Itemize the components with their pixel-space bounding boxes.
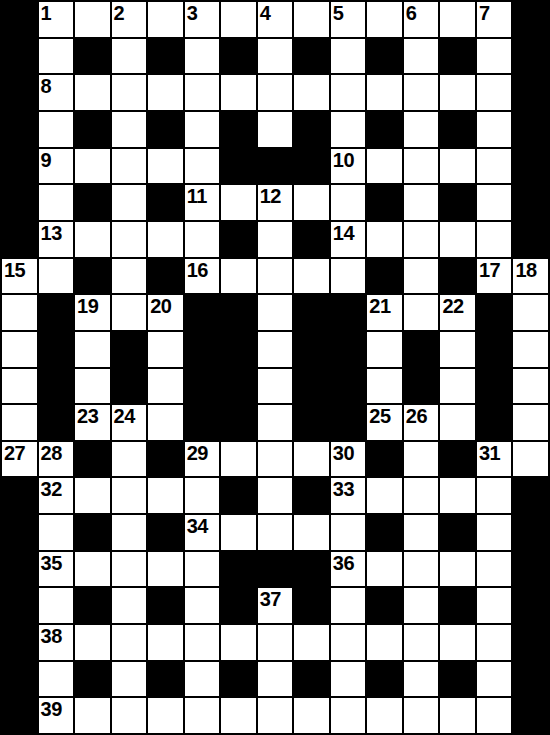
black-cell-r11-c5 bbox=[185, 405, 220, 440]
white-cell-r7-c13[interactable]: 17 bbox=[477, 259, 512, 294]
white-cell-r12-c8[interactable] bbox=[294, 442, 329, 477]
white-cell-r12-c14[interactable] bbox=[513, 442, 548, 477]
white-cell-r17-c5[interactable] bbox=[185, 625, 220, 660]
white-cell-r12-c13[interactable]: 31 bbox=[477, 442, 512, 477]
white-cell-r11-c3[interactable]: 24 bbox=[112, 405, 147, 440]
white-cell-r18-c1[interactable] bbox=[39, 662, 74, 697]
black-cell-r10-c3 bbox=[112, 369, 147, 404]
white-cell-r14-c1[interactable] bbox=[39, 515, 74, 550]
clue-number: 24 bbox=[114, 406, 135, 426]
white-cell-r15-c13[interactable] bbox=[477, 552, 512, 587]
black-cell-r12-c2 bbox=[75, 442, 110, 477]
white-cell-r17-c7[interactable] bbox=[258, 625, 293, 660]
white-cell-r14-c7[interactable] bbox=[258, 515, 293, 550]
white-cell-r5-c5[interactable]: 11 bbox=[185, 185, 220, 220]
white-cell-r2-c6[interactable] bbox=[221, 75, 256, 110]
white-cell-r5-c1[interactable] bbox=[39, 185, 74, 220]
white-cell-r4-c1[interactable]: 9 bbox=[39, 149, 74, 184]
white-cell-r7-c6[interactable] bbox=[221, 259, 256, 294]
white-cell-r1-c1[interactable] bbox=[39, 39, 74, 74]
white-cell-r10-c12[interactable] bbox=[440, 369, 475, 404]
white-cell-r19-c10[interactable] bbox=[367, 698, 402, 733]
black-cell-r3-c4 bbox=[148, 112, 183, 147]
black-cell-r14-c10 bbox=[367, 515, 402, 550]
white-cell-r11-c11[interactable]: 26 bbox=[404, 405, 439, 440]
white-cell-r11-c10[interactable]: 25 bbox=[367, 405, 402, 440]
black-cell-r2-c0 bbox=[2, 75, 37, 110]
white-cell-r2-c12[interactable] bbox=[440, 75, 475, 110]
white-cell-r2-c5[interactable] bbox=[185, 75, 220, 110]
black-cell-r1-c8 bbox=[294, 39, 329, 74]
white-cell-r7-c14[interactable]: 18 bbox=[513, 259, 548, 294]
black-cell-r11-c13 bbox=[477, 405, 512, 440]
white-cell-r11-c14[interactable] bbox=[513, 405, 548, 440]
black-cell-r3-c2 bbox=[75, 112, 110, 147]
white-cell-r5-c13[interactable] bbox=[477, 185, 512, 220]
white-cell-r18-c7[interactable] bbox=[258, 662, 293, 697]
white-cell-r2-c1[interactable]: 8 bbox=[39, 75, 74, 110]
white-cell-r13-c9[interactable]: 33 bbox=[331, 478, 366, 513]
white-cell-r8-c10[interactable]: 21 bbox=[367, 295, 402, 330]
white-cell-r19-c2[interactable] bbox=[75, 698, 110, 733]
white-cell-r16-c3[interactable] bbox=[112, 588, 147, 623]
black-cell-r4-c0 bbox=[2, 149, 37, 184]
black-cell-r14-c0 bbox=[2, 515, 37, 550]
white-cell-r3-c7[interactable] bbox=[258, 112, 293, 147]
white-cell-r7-c3[interactable] bbox=[112, 259, 147, 294]
white-cell-r4-c9[interactable]: 10 bbox=[331, 149, 366, 184]
white-cell-r14-c13[interactable] bbox=[477, 515, 512, 550]
clue-number: 32 bbox=[41, 479, 62, 499]
white-cell-r9-c7[interactable] bbox=[258, 332, 293, 367]
black-cell-r0-c0 bbox=[2, 2, 37, 37]
white-cell-r14-c8[interactable] bbox=[294, 515, 329, 550]
white-cell-r12-c5[interactable]: 29 bbox=[185, 442, 220, 477]
black-cell-r10-c6 bbox=[221, 369, 256, 404]
white-cell-r5-c9[interactable] bbox=[331, 185, 366, 220]
black-cell-r18-c0 bbox=[2, 662, 37, 697]
white-cell-r19-c4[interactable] bbox=[148, 698, 183, 733]
white-cell-r1-c13[interactable] bbox=[477, 39, 512, 74]
white-cell-r19-c6[interactable] bbox=[221, 698, 256, 733]
white-cell-r18-c13[interactable] bbox=[477, 662, 512, 697]
black-cell-r14-c2 bbox=[75, 515, 110, 550]
black-cell-r18-c10 bbox=[367, 662, 402, 697]
white-cell-r17-c11[interactable] bbox=[404, 625, 439, 660]
white-cell-r0-c4[interactable] bbox=[148, 2, 183, 37]
white-cell-r18-c9[interactable] bbox=[331, 662, 366, 697]
white-cell-r0-c12[interactable] bbox=[440, 2, 475, 37]
black-cell-r7-c12 bbox=[440, 259, 475, 294]
black-cell-r7-c2 bbox=[75, 259, 110, 294]
white-cell-r4-c2[interactable] bbox=[75, 149, 110, 184]
white-cell-r8-c11[interactable] bbox=[404, 295, 439, 330]
white-cell-r9-c2[interactable] bbox=[75, 332, 110, 367]
clue-number: 20 bbox=[150, 296, 171, 316]
white-cell-r9-c0[interactable] bbox=[2, 332, 37, 367]
black-cell-r11-c1 bbox=[39, 405, 74, 440]
clue-number: 35 bbox=[41, 553, 62, 573]
white-cell-r13-c1[interactable]: 32 bbox=[39, 478, 74, 513]
black-cell-r3-c10 bbox=[367, 112, 402, 147]
white-cell-r17-c13[interactable] bbox=[477, 625, 512, 660]
white-cell-r15-c5[interactable] bbox=[185, 552, 220, 587]
white-cell-r10-c4[interactable] bbox=[148, 369, 183, 404]
white-cell-r0-c3[interactable]: 2 bbox=[112, 2, 147, 37]
white-cell-r13-c10[interactable] bbox=[367, 478, 402, 513]
white-cell-r12-c6[interactable] bbox=[221, 442, 256, 477]
black-cell-r4-c7 bbox=[258, 149, 293, 184]
black-cell-r3-c14 bbox=[513, 112, 548, 147]
white-cell-r0-c10[interactable] bbox=[367, 2, 402, 37]
white-cell-r19-c11[interactable] bbox=[404, 698, 439, 733]
white-cell-r13-c7[interactable] bbox=[258, 478, 293, 513]
white-cell-r13-c3[interactable] bbox=[112, 478, 147, 513]
white-cell-r5-c8[interactable] bbox=[294, 185, 329, 220]
black-cell-r5-c2 bbox=[75, 185, 110, 220]
black-cell-r5-c14 bbox=[513, 185, 548, 220]
white-cell-r17-c3[interactable] bbox=[112, 625, 147, 660]
white-cell-r2-c9[interactable] bbox=[331, 75, 366, 110]
white-cell-r9-c4[interactable] bbox=[148, 332, 183, 367]
white-cell-r16-c5[interactable] bbox=[185, 588, 220, 623]
black-cell-r8-c5 bbox=[185, 295, 220, 330]
white-cell-r13-c11[interactable] bbox=[404, 478, 439, 513]
clue-number: 19 bbox=[77, 296, 98, 316]
white-cell-r17-c10[interactable] bbox=[367, 625, 402, 660]
white-cell-r10-c14[interactable] bbox=[513, 369, 548, 404]
black-cell-r18-c8 bbox=[294, 662, 329, 697]
white-cell-r4-c4[interactable] bbox=[148, 149, 183, 184]
white-cell-r2-c2[interactable] bbox=[75, 75, 110, 110]
clue-number: 13 bbox=[41, 223, 62, 243]
white-cell-r6-c11[interactable] bbox=[404, 222, 439, 257]
black-cell-r3-c12 bbox=[440, 112, 475, 147]
white-cell-r15-c10[interactable] bbox=[367, 552, 402, 587]
white-cell-r7-c5[interactable]: 16 bbox=[185, 259, 220, 294]
white-cell-r6-c1[interactable]: 13 bbox=[39, 222, 74, 257]
white-cell-r9-c10[interactable] bbox=[367, 332, 402, 367]
white-cell-r8-c2[interactable]: 19 bbox=[75, 295, 110, 330]
white-cell-r12-c11[interactable] bbox=[404, 442, 439, 477]
white-cell-r3-c1[interactable] bbox=[39, 112, 74, 147]
white-cell-r14-c11[interactable] bbox=[404, 515, 439, 550]
clue-number: 9 bbox=[41, 150, 52, 170]
clue-number: 16 bbox=[187, 260, 208, 280]
black-cell-r1-c2 bbox=[75, 39, 110, 74]
white-cell-r4-c13[interactable] bbox=[477, 149, 512, 184]
black-cell-r9-c9 bbox=[331, 332, 366, 367]
black-cell-r9-c3 bbox=[112, 332, 147, 367]
black-cell-r11-c6 bbox=[221, 405, 256, 440]
black-cell-r16-c2 bbox=[75, 588, 110, 623]
white-cell-r12-c7[interactable] bbox=[258, 442, 293, 477]
clue-number: 21 bbox=[369, 296, 390, 316]
white-cell-r6-c13[interactable] bbox=[477, 222, 512, 257]
black-cell-r9-c6 bbox=[221, 332, 256, 367]
clue-number: 7 bbox=[479, 3, 490, 23]
white-cell-r1-c3[interactable] bbox=[112, 39, 147, 74]
black-cell-r4-c8 bbox=[294, 149, 329, 184]
black-cell-r10-c8 bbox=[294, 369, 329, 404]
white-cell-r2-c3[interactable] bbox=[112, 75, 147, 110]
white-cell-r2-c10[interactable] bbox=[367, 75, 402, 110]
white-cell-r3-c9[interactable] bbox=[331, 112, 366, 147]
clue-number: 5 bbox=[333, 3, 344, 23]
black-cell-r12-c4 bbox=[148, 442, 183, 477]
white-cell-r11-c0[interactable] bbox=[2, 405, 37, 440]
white-cell-r6-c7[interactable] bbox=[258, 222, 293, 257]
black-cell-r18-c6 bbox=[221, 662, 256, 697]
white-cell-r17-c2[interactable] bbox=[75, 625, 110, 660]
white-cell-r7-c9[interactable] bbox=[331, 259, 366, 294]
white-cell-r16-c11[interactable] bbox=[404, 588, 439, 623]
white-cell-r3-c11[interactable] bbox=[404, 112, 439, 147]
white-cell-r15-c3[interactable] bbox=[112, 552, 147, 587]
white-cell-r3-c5[interactable] bbox=[185, 112, 220, 147]
white-cell-r1-c11[interactable] bbox=[404, 39, 439, 74]
white-cell-r0-c2[interactable] bbox=[75, 2, 110, 37]
black-cell-r14-c4 bbox=[148, 515, 183, 550]
white-cell-r19-c3[interactable] bbox=[112, 698, 147, 733]
white-cell-r8-c12[interactable]: 22 bbox=[440, 295, 475, 330]
white-cell-r11-c4[interactable] bbox=[148, 405, 183, 440]
black-cell-r1-c6 bbox=[221, 39, 256, 74]
white-cell-r2-c4[interactable] bbox=[148, 75, 183, 110]
black-cell-r13-c6 bbox=[221, 478, 256, 513]
clue-number: 10 bbox=[333, 150, 354, 170]
crossword-grid: 1234567891011121314151617181920212223242… bbox=[0, 0, 550, 735]
black-cell-r17-c14 bbox=[513, 625, 548, 660]
white-cell-r0-c9[interactable]: 5 bbox=[331, 2, 366, 37]
black-cell-r2-c14 bbox=[513, 75, 548, 110]
white-cell-r13-c5[interactable] bbox=[185, 478, 220, 513]
white-cell-r18-c5[interactable] bbox=[185, 662, 220, 697]
white-cell-r1-c9[interactable] bbox=[331, 39, 366, 74]
white-cell-r8-c4[interactable]: 20 bbox=[148, 295, 183, 330]
white-cell-r14-c9[interactable] bbox=[331, 515, 366, 550]
black-cell-r0-c14 bbox=[513, 2, 548, 37]
white-cell-r8-c3[interactable] bbox=[112, 295, 147, 330]
white-cell-r13-c2[interactable] bbox=[75, 478, 110, 513]
white-cell-r3-c13[interactable] bbox=[477, 112, 512, 147]
clue-number: 23 bbox=[77, 406, 98, 426]
white-cell-r19-c7[interactable] bbox=[258, 698, 293, 733]
white-cell-r5-c11[interactable] bbox=[404, 185, 439, 220]
white-cell-r12-c0[interactable]: 27 bbox=[2, 442, 37, 477]
black-cell-r16-c4 bbox=[148, 588, 183, 623]
black-cell-r16-c0 bbox=[2, 588, 37, 623]
white-cell-r9-c14[interactable] bbox=[513, 332, 548, 367]
clue-number: 6 bbox=[406, 3, 417, 23]
white-cell-r15-c11[interactable] bbox=[404, 552, 439, 587]
white-cell-r0-c7[interactable]: 4 bbox=[258, 2, 293, 37]
white-cell-r6-c10[interactable] bbox=[367, 222, 402, 257]
white-cell-r19-c13[interactable] bbox=[477, 698, 512, 733]
white-cell-r0-c6[interactable] bbox=[221, 2, 256, 37]
white-cell-r16-c13[interactable] bbox=[477, 588, 512, 623]
white-cell-r0-c13[interactable]: 7 bbox=[477, 2, 512, 37]
black-cell-r3-c6 bbox=[221, 112, 256, 147]
white-cell-r17-c9[interactable] bbox=[331, 625, 366, 660]
white-cell-r8-c7[interactable] bbox=[258, 295, 293, 330]
clue-number: 3 bbox=[187, 3, 198, 23]
white-cell-r10-c0[interactable] bbox=[2, 369, 37, 404]
white-cell-r6-c5[interactable] bbox=[185, 222, 220, 257]
white-cell-r5-c3[interactable] bbox=[112, 185, 147, 220]
white-cell-r17-c4[interactable] bbox=[148, 625, 183, 660]
white-cell-r19-c12[interactable] bbox=[440, 698, 475, 733]
white-cell-r17-c1[interactable]: 38 bbox=[39, 625, 74, 660]
white-cell-r5-c7[interactable]: 12 bbox=[258, 185, 293, 220]
white-cell-r11-c2[interactable]: 23 bbox=[75, 405, 110, 440]
black-cell-r18-c14 bbox=[513, 662, 548, 697]
white-cell-r12-c9[interactable]: 30 bbox=[331, 442, 366, 477]
white-cell-r15-c4[interactable] bbox=[148, 552, 183, 587]
white-cell-r4-c10[interactable] bbox=[367, 149, 402, 184]
black-cell-r3-c8 bbox=[294, 112, 329, 147]
white-cell-r16-c9[interactable] bbox=[331, 588, 366, 623]
white-cell-r7-c7[interactable] bbox=[258, 259, 293, 294]
black-cell-r10-c9 bbox=[331, 369, 366, 404]
white-cell-r1-c5[interactable] bbox=[185, 39, 220, 74]
white-cell-r12-c3[interactable] bbox=[112, 442, 147, 477]
black-cell-r6-c0 bbox=[2, 222, 37, 257]
white-cell-r12-c1[interactable]: 28 bbox=[39, 442, 74, 477]
white-cell-r3-c3[interactable] bbox=[112, 112, 147, 147]
black-cell-r8-c9 bbox=[331, 295, 366, 330]
white-cell-r13-c13[interactable] bbox=[477, 478, 512, 513]
white-cell-r13-c4[interactable] bbox=[148, 478, 183, 513]
black-cell-r13-c0 bbox=[2, 478, 37, 513]
white-cell-r14-c3[interactable] bbox=[112, 515, 147, 550]
black-cell-r6-c14 bbox=[513, 222, 548, 257]
white-cell-r6-c2[interactable] bbox=[75, 222, 110, 257]
white-cell-r15-c12[interactable] bbox=[440, 552, 475, 587]
white-cell-r2-c8[interactable] bbox=[294, 75, 329, 110]
white-cell-r10-c10[interactable] bbox=[367, 369, 402, 404]
white-cell-r18-c3[interactable] bbox=[112, 662, 147, 697]
black-cell-r9-c13 bbox=[477, 332, 512, 367]
white-cell-r8-c14[interactable] bbox=[513, 295, 548, 330]
black-cell-r11-c8 bbox=[294, 405, 329, 440]
white-cell-r19-c8[interactable] bbox=[294, 698, 329, 733]
white-cell-r7-c1[interactable] bbox=[39, 259, 74, 294]
white-cell-r7-c0[interactable]: 15 bbox=[2, 259, 37, 294]
white-cell-r15-c9[interactable]: 36 bbox=[331, 552, 366, 587]
clue-number: 15 bbox=[4, 260, 25, 280]
white-cell-r11-c12[interactable] bbox=[440, 405, 475, 440]
black-cell-r19-c0 bbox=[2, 698, 37, 733]
white-cell-r15-c2[interactable] bbox=[75, 552, 110, 587]
white-cell-r4-c11[interactable] bbox=[404, 149, 439, 184]
black-cell-r12-c10 bbox=[367, 442, 402, 477]
white-cell-r17-c8[interactable] bbox=[294, 625, 329, 660]
black-cell-r17-c0 bbox=[2, 625, 37, 660]
black-cell-r1-c10 bbox=[367, 39, 402, 74]
black-cell-r15-c7 bbox=[258, 552, 293, 587]
white-cell-r10-c7[interactable] bbox=[258, 369, 293, 404]
white-cell-r4-c3[interactable] bbox=[112, 149, 147, 184]
white-cell-r6-c12[interactable] bbox=[440, 222, 475, 257]
black-cell-r1-c0 bbox=[2, 39, 37, 74]
white-cell-r19-c5[interactable] bbox=[185, 698, 220, 733]
white-cell-r6-c4[interactable] bbox=[148, 222, 183, 257]
white-cell-r14-c5[interactable]: 34 bbox=[185, 515, 220, 550]
white-cell-r19-c9[interactable] bbox=[331, 698, 366, 733]
clue-number: 37 bbox=[260, 589, 281, 609]
white-cell-r2-c11[interactable] bbox=[404, 75, 439, 110]
black-cell-r18-c2 bbox=[75, 662, 110, 697]
white-cell-r0-c5[interactable]: 3 bbox=[185, 2, 220, 37]
black-cell-r8-c8 bbox=[294, 295, 329, 330]
white-cell-r17-c12[interactable] bbox=[440, 625, 475, 660]
clue-number: 36 bbox=[333, 553, 354, 573]
clue-number: 25 bbox=[369, 406, 390, 426]
white-cell-r13-c12[interactable] bbox=[440, 478, 475, 513]
white-cell-r0-c1[interactable]: 1 bbox=[39, 2, 74, 37]
clue-number: 38 bbox=[41, 626, 62, 646]
white-cell-r1-c7[interactable] bbox=[258, 39, 293, 74]
clue-number: 33 bbox=[333, 479, 354, 499]
black-cell-r8-c1 bbox=[39, 295, 74, 330]
clue-number: 17 bbox=[479, 260, 500, 280]
white-cell-r2-c13[interactable] bbox=[477, 75, 512, 110]
white-cell-r4-c5[interactable] bbox=[185, 149, 220, 184]
white-cell-r0-c11[interactable]: 6 bbox=[404, 2, 439, 37]
clue-number: 12 bbox=[260, 186, 281, 206]
white-cell-r18-c11[interactable] bbox=[404, 662, 439, 697]
white-cell-r11-c7[interactable] bbox=[258, 405, 293, 440]
black-cell-r16-c14 bbox=[513, 588, 548, 623]
white-cell-r6-c9[interactable]: 14 bbox=[331, 222, 366, 257]
white-cell-r7-c8[interactable] bbox=[294, 259, 329, 294]
clue-number: 11 bbox=[187, 186, 207, 206]
white-cell-r8-c0[interactable] bbox=[2, 295, 37, 330]
white-cell-r16-c1[interactable] bbox=[39, 588, 74, 623]
clue-number: 28 bbox=[41, 443, 62, 463]
white-cell-r6-c3[interactable] bbox=[112, 222, 147, 257]
white-cell-r15-c1[interactable]: 35 bbox=[39, 552, 74, 587]
white-cell-r17-c6[interactable] bbox=[221, 625, 256, 660]
clue-number: 8 bbox=[41, 76, 52, 96]
white-cell-r0-c8[interactable] bbox=[294, 2, 329, 37]
white-cell-r4-c12[interactable] bbox=[440, 149, 475, 184]
clue-number: 18 bbox=[515, 260, 536, 280]
black-cell-r6-c6 bbox=[221, 222, 256, 257]
black-cell-r18-c12 bbox=[440, 662, 475, 697]
black-cell-r16-c10 bbox=[367, 588, 402, 623]
black-cell-r8-c13 bbox=[477, 295, 512, 330]
clue-number: 4 bbox=[260, 3, 271, 23]
black-cell-r9-c8 bbox=[294, 332, 329, 367]
white-cell-r5-c6[interactable] bbox=[221, 185, 256, 220]
white-cell-r19-c1[interactable]: 39 bbox=[39, 698, 74, 733]
white-cell-r10-c2[interactable] bbox=[75, 369, 110, 404]
clue-number: 30 bbox=[333, 443, 354, 463]
black-cell-r14-c14 bbox=[513, 515, 548, 550]
white-cell-r7-c11[interactable] bbox=[404, 259, 439, 294]
black-cell-r13-c8 bbox=[294, 478, 329, 513]
white-cell-r16-c7[interactable]: 37 bbox=[258, 588, 293, 623]
white-cell-r14-c6[interactable] bbox=[221, 515, 256, 550]
black-cell-r18-c4 bbox=[148, 662, 183, 697]
black-cell-r5-c12 bbox=[440, 185, 475, 220]
white-cell-r2-c7[interactable] bbox=[258, 75, 293, 110]
black-cell-r10-c1 bbox=[39, 369, 74, 404]
black-cell-r15-c0 bbox=[2, 552, 37, 587]
white-cell-r9-c12[interactable] bbox=[440, 332, 475, 367]
